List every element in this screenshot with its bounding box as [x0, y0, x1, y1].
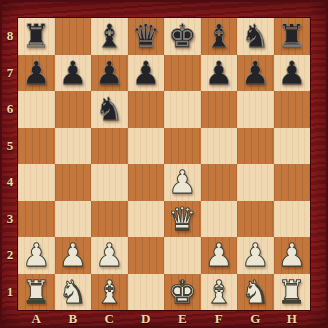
file-label-b: B [55, 310, 92, 328]
square-b2[interactable]: ♟ [55, 237, 92, 274]
white-bishop-f1[interactable]: ♝ [204, 276, 233, 308]
square-g3[interactable] [237, 201, 274, 238]
black-pawn-b7[interactable]: ♟ [58, 57, 87, 89]
square-g6[interactable] [237, 91, 274, 128]
file-label-g: G [237, 310, 274, 328]
file-label-d: D [128, 310, 165, 328]
square-f5[interactable] [201, 128, 238, 165]
square-f2[interactable]: ♟ [201, 237, 238, 274]
rank-label-6: 6 [2, 91, 18, 128]
file-label-e: E [164, 310, 201, 328]
square-c2[interactable]: ♟ [91, 237, 128, 274]
square-d2[interactable] [128, 237, 165, 274]
square-a1[interactable]: ♜ [18, 274, 55, 311]
black-rook-h8[interactable]: ♜ [277, 20, 306, 52]
black-bishop-f8[interactable]: ♝ [204, 20, 233, 52]
square-h7[interactable]: ♟ [274, 55, 311, 92]
chess-board-frame: 87654321 ♜♝♛♚♝♞♜♟♟♟♟♟♟♟♞♟♛♟♟♟♟♟♟♜♞♝♚♝♞♜ … [0, 0, 328, 328]
white-pawn-b2[interactable]: ♟ [58, 239, 87, 271]
square-g8[interactable]: ♞ [237, 18, 274, 55]
square-b7[interactable]: ♟ [55, 55, 92, 92]
square-h6[interactable] [274, 91, 311, 128]
black-pawn-c7[interactable]: ♟ [95, 57, 124, 89]
square-d7[interactable]: ♟ [128, 55, 165, 92]
white-bishop-c1[interactable]: ♝ [95, 276, 124, 308]
square-c5[interactable] [91, 128, 128, 165]
square-f6[interactable] [201, 91, 238, 128]
square-f7[interactable]: ♟ [201, 55, 238, 92]
square-h4[interactable] [274, 164, 311, 201]
square-a3[interactable] [18, 201, 55, 238]
square-e6[interactable] [164, 91, 201, 128]
square-f3[interactable] [201, 201, 238, 238]
square-g2[interactable]: ♟ [237, 237, 274, 274]
square-b1[interactable]: ♞ [55, 274, 92, 311]
white-pawn-e4[interactable]: ♟ [168, 166, 197, 198]
square-d6[interactable] [128, 91, 165, 128]
white-pawn-a2[interactable]: ♟ [22, 239, 51, 271]
square-e3[interactable]: ♛ [164, 201, 201, 238]
square-c4[interactable] [91, 164, 128, 201]
square-e7[interactable] [164, 55, 201, 92]
square-g4[interactable] [237, 164, 274, 201]
black-pawn-d7[interactable]: ♟ [131, 57, 160, 89]
white-king-e1[interactable]: ♚ [168, 276, 197, 308]
square-f8[interactable]: ♝ [201, 18, 238, 55]
file-labels: ABCDEFGH [18, 310, 310, 328]
file-label-h: H [274, 310, 311, 328]
rank-label-3: 3 [2, 201, 18, 238]
black-pawn-f7[interactable]: ♟ [204, 57, 233, 89]
square-g7[interactable]: ♟ [237, 55, 274, 92]
white-queen-e3[interactable]: ♛ [168, 203, 197, 235]
square-a4[interactable] [18, 164, 55, 201]
square-f4[interactable] [201, 164, 238, 201]
square-h8[interactable]: ♜ [274, 18, 311, 55]
white-knight-g1[interactable]: ♞ [241, 276, 270, 308]
square-h3[interactable] [274, 201, 311, 238]
square-b8[interactable] [55, 18, 92, 55]
square-h1[interactable]: ♜ [274, 274, 311, 311]
black-king-e8[interactable]: ♚ [168, 20, 197, 52]
square-b4[interactable] [55, 164, 92, 201]
black-bishop-c8[interactable]: ♝ [95, 20, 124, 52]
chess-board: ♜♝♛♚♝♞♜♟♟♟♟♟♟♟♞♟♛♟♟♟♟♟♟♜♞♝♚♝♞♜ [18, 18, 310, 310]
square-e5[interactable] [164, 128, 201, 165]
square-e1[interactable]: ♚ [164, 274, 201, 311]
black-knight-g8[interactable]: ♞ [241, 20, 270, 52]
square-b5[interactable] [55, 128, 92, 165]
square-h5[interactable] [274, 128, 311, 165]
square-c3[interactable] [91, 201, 128, 238]
white-pawn-h2[interactable]: ♟ [277, 239, 306, 271]
file-label-c: C [91, 310, 128, 328]
square-d1[interactable] [128, 274, 165, 311]
square-a7[interactable]: ♟ [18, 55, 55, 92]
square-e4[interactable]: ♟ [164, 164, 201, 201]
white-pawn-c2[interactable]: ♟ [95, 239, 124, 271]
white-rook-h1[interactable]: ♜ [277, 276, 306, 308]
square-e2[interactable] [164, 237, 201, 274]
square-g5[interactable] [237, 128, 274, 165]
square-a2[interactable]: ♟ [18, 237, 55, 274]
white-knight-b1[interactable]: ♞ [58, 276, 87, 308]
square-e8[interactable]: ♚ [164, 18, 201, 55]
rank-label-5: 5 [2, 128, 18, 165]
file-label-f: F [201, 310, 238, 328]
rank-label-2: 2 [2, 237, 18, 274]
black-queen-d8[interactable]: ♛ [131, 20, 160, 52]
rank-label-8: 8 [2, 18, 18, 55]
square-c6[interactable]: ♞ [91, 91, 128, 128]
square-c7[interactable]: ♟ [91, 55, 128, 92]
square-a5[interactable] [18, 128, 55, 165]
black-pawn-h7[interactable]: ♟ [277, 57, 306, 89]
white-pawn-g2[interactable]: ♟ [241, 239, 270, 271]
rank-labels: 87654321 [2, 18, 18, 310]
rank-label-4: 4 [2, 164, 18, 201]
square-h2[interactable]: ♟ [274, 237, 311, 274]
square-a8[interactable]: ♜ [18, 18, 55, 55]
black-rook-a8[interactable]: ♜ [22, 20, 51, 52]
black-pawn-a7[interactable]: ♟ [22, 57, 51, 89]
rank-label-7: 7 [2, 55, 18, 92]
file-label-a: A [18, 310, 55, 328]
white-rook-a1[interactable]: ♜ [22, 276, 51, 308]
rank-label-1: 1 [2, 274, 18, 311]
square-d4[interactable] [128, 164, 165, 201]
square-d5[interactable] [128, 128, 165, 165]
square-b6[interactable] [55, 91, 92, 128]
square-c1[interactable]: ♝ [91, 274, 128, 311]
square-a6[interactable] [18, 91, 55, 128]
square-f1[interactable]: ♝ [201, 274, 238, 311]
square-g1[interactable]: ♞ [237, 274, 274, 311]
square-d8[interactable]: ♛ [128, 18, 165, 55]
square-b3[interactable] [55, 201, 92, 238]
square-d3[interactable] [128, 201, 165, 238]
black-pawn-g7[interactable]: ♟ [241, 57, 270, 89]
white-pawn-f2[interactable]: ♟ [204, 239, 233, 271]
square-c8[interactable]: ♝ [91, 18, 128, 55]
black-knight-c6[interactable]: ♞ [95, 93, 124, 125]
